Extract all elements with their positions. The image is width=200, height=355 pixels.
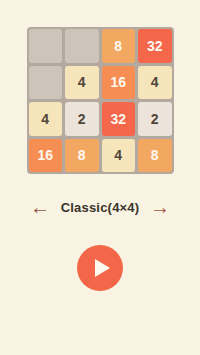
tile-4: 4 — [138, 66, 172, 100]
tile-32: 32 — [102, 102, 136, 136]
next-mode-arrow-icon[interactable]: → — [150, 197, 170, 217]
tile-2: 2 — [138, 102, 172, 136]
tile-2: 2 — [65, 102, 99, 136]
mode-label: Classic(4×4) — [61, 200, 140, 215]
prev-mode-arrow-icon[interactable]: ← — [30, 197, 50, 217]
empty-cell — [29, 29, 63, 63]
mode-select-screen: 83241644232216848 ← Classic(4×4) → — [0, 0, 200, 355]
tile-8: 8 — [102, 29, 136, 63]
tile-8: 8 — [65, 139, 99, 173]
tile-16: 16 — [29, 139, 63, 173]
empty-cell — [29, 66, 63, 100]
tile-32: 32 — [138, 29, 172, 63]
board: 83241644232216848 — [27, 27, 174, 174]
empty-cell — [65, 29, 99, 63]
tile-4: 4 — [65, 66, 99, 100]
tile-4: 4 — [102, 139, 136, 173]
play-button[interactable] — [77, 245, 123, 291]
tile-8: 8 — [138, 139, 172, 173]
tile-4: 4 — [29, 102, 63, 136]
mode-selector: ← Classic(4×4) → — [30, 196, 170, 218]
tile-16: 16 — [102, 66, 136, 100]
play-icon — [95, 259, 110, 277]
